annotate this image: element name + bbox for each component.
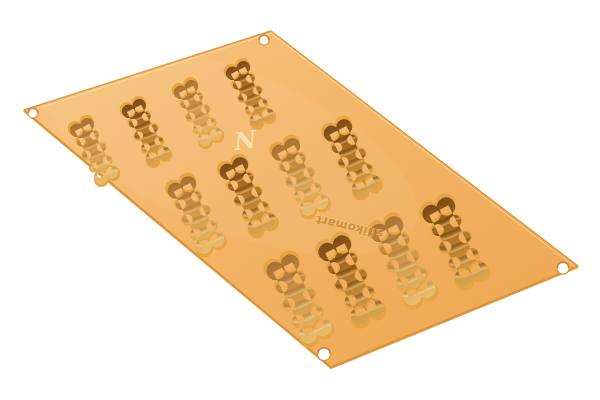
product-photo-stage: N silikomart silikomart bbox=[0, 0, 600, 400]
silicone-mold-photo: N silikomart silikomart bbox=[0, 0, 600, 400]
corner-hole bbox=[556, 261, 569, 274]
corner-hole bbox=[258, 34, 269, 45]
corner-hole bbox=[27, 107, 38, 118]
corner-hole bbox=[317, 347, 331, 361]
